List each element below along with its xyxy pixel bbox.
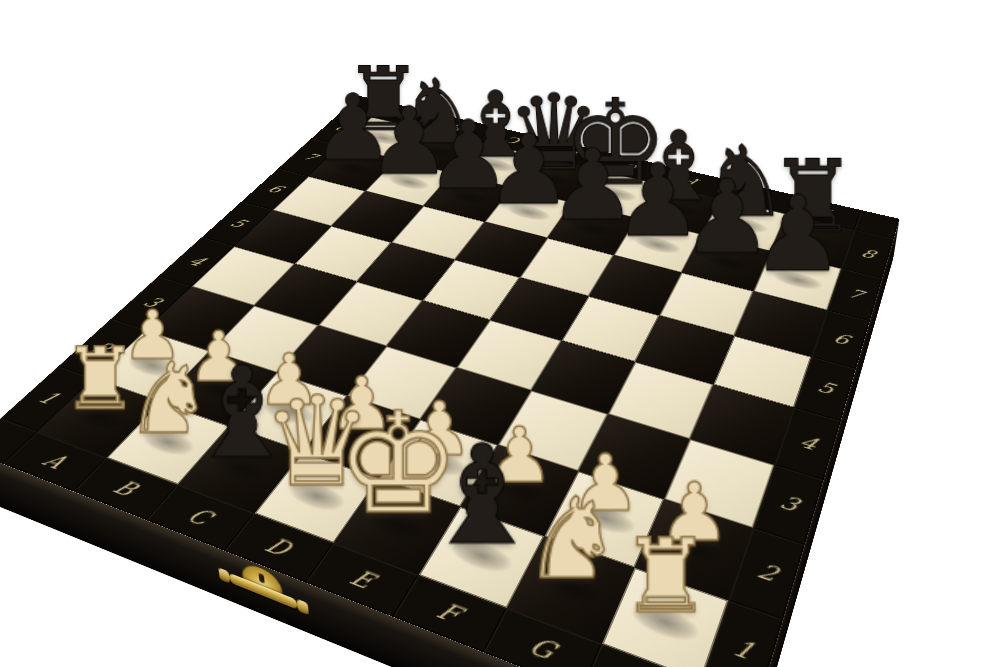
rank-label-text: 8: [858, 246, 879, 261]
black-pawn-h7[interactable]: ♟: [751, 183, 845, 287]
file-label-text: D: [259, 533, 298, 561]
rank-label-text: 6: [263, 182, 288, 195]
rank-label-text: 4: [183, 254, 211, 269]
file-label-text: G: [523, 632, 562, 665]
chess-board: ABCDEFGH8♜♞♝♛♚♝♞♜87♟♟♟♟♟♟♟♟7665544332♟♟♟…: [0, 96, 899, 667]
square-h6[interactable]: [734, 291, 827, 356]
white-knight-g1[interactable]: ♞: [522, 483, 622, 595]
rank-label-text: 1: [727, 634, 759, 665]
board-corner: [855, 210, 900, 239]
rank-label-text: 6: [829, 330, 852, 348]
file-label-text: A: [36, 449, 73, 472]
rank-label-text: 2: [752, 558, 782, 585]
brass-clasp-icon: [224, 554, 302, 623]
file-label-text: C: [181, 504, 220, 530]
rank-label-text: 4: [795, 432, 821, 454]
rank-label-text: 5: [813, 378, 838, 398]
file-label-text: B: [107, 476, 145, 500]
rank-label-text: 5: [225, 216, 251, 230]
rank-label-text: 7: [844, 286, 866, 302]
clasp-knob-right: [297, 599, 309, 616]
file-label-text: F: [431, 598, 468, 628]
white-rook-h1[interactable]: ♜: [620, 526, 711, 628]
chess-set-photo: ABCDEFGH8♜♞♝♛♚♝♞♜87♟♟♟♟♟♟♟♟7665544332♟♟♟…: [0, 0, 1000, 667]
file-label-text: E: [343, 565, 381, 594]
rank-label-text: 1: [32, 388, 66, 408]
clasp-knob-left: [219, 568, 231, 584]
rank-label-text: 3: [775, 491, 803, 515]
